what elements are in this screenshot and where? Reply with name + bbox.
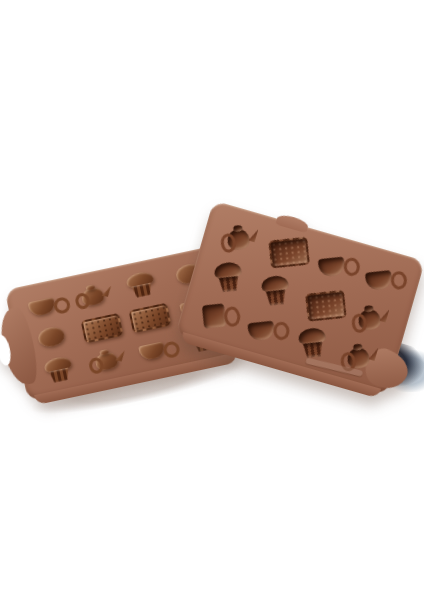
cupcake-base: [265, 289, 288, 306]
teapot-cavity: [218, 218, 264, 257]
teacup-cavity: [360, 259, 406, 298]
bump-cell-biscuit: [125, 299, 172, 335]
cavity-cell-cupcake: [204, 254, 254, 299]
mug-cavity: [195, 296, 241, 335]
teacup-body: [28, 297, 56, 317]
cavity-cell-teapot: [215, 215, 265, 260]
cavity-cell-mug: [193, 293, 243, 338]
teapot-bump: [70, 277, 117, 313]
dome-bump: [29, 319, 76, 355]
bump-cell-dome: [29, 319, 76, 355]
mug-handle: [223, 306, 241, 328]
teacup-body: [365, 270, 392, 291]
cupcake-cavity: [206, 257, 252, 296]
teapot-lid: [364, 304, 373, 312]
cupcake-base: [301, 342, 324, 359]
biscuit-cavity: [301, 284, 347, 323]
biscuit-cavity: [265, 232, 311, 271]
teacup-handle: [272, 321, 290, 341]
dome-body: [37, 325, 66, 349]
teapot-cavity: [348, 298, 394, 337]
teacup-body: [318, 256, 345, 277]
biscuit-body: [129, 303, 172, 334]
cupcake-bump: [118, 266, 165, 302]
teacup-body: [138, 341, 166, 361]
cavity-cell-biscuit: [299, 281, 349, 326]
teacup-bump: [132, 331, 179, 367]
cavity-cell-teacup: [240, 307, 290, 352]
cupcake-cavity: [254, 271, 300, 310]
cupcake-base: [217, 276, 240, 293]
biscuit-bump: [125, 299, 172, 335]
bump-cell-teapot: [70, 277, 117, 313]
cupcake-cavity: [290, 323, 336, 362]
bump-cell-cupcake: [36, 351, 83, 387]
teacup-handle: [162, 340, 181, 359]
teacup-bump: [22, 287, 69, 323]
teacup-handle: [342, 257, 360, 277]
cavity-cell-teapot: [346, 295, 396, 340]
cavity-cell-cupcake: [252, 268, 302, 313]
cavity-cell-biscuit: [263, 229, 313, 274]
mug-body: [202, 304, 226, 329]
biscuit-body: [268, 237, 309, 268]
product-photo-canvas: [0, 0, 424, 600]
teacup-cavity: [312, 245, 358, 284]
teacup-cavity: [243, 310, 289, 349]
biscuit-bump: [77, 309, 124, 345]
cavity-cell-teacup: [310, 242, 360, 287]
bump-cell-biscuit: [77, 309, 124, 345]
bump-cell-teapot: [84, 341, 131, 377]
cupcake-bump: [36, 351, 83, 387]
cavity-cell-teacup: [357, 256, 407, 301]
teapot-bump: [84, 341, 131, 377]
bump-cell-cupcake: [118, 266, 165, 302]
teacup-handle: [389, 270, 407, 290]
biscuit-body: [81, 313, 124, 344]
bump-cell-teacup: [22, 287, 69, 323]
teacup-handle: [52, 296, 71, 315]
bump-cell-teacup: [132, 331, 179, 367]
biscuit-body: [305, 290, 346, 321]
teacup-body: [248, 321, 275, 342]
